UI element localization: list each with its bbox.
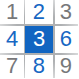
cell-r2c2[interactable]: 9: [54, 54, 79, 79]
cell-r1c2[interactable]: 6: [54, 25, 79, 54]
cell-r0c2[interactable]: 3: [54, 0, 79, 25]
cell-r1c0[interactable]: 4: [0, 25, 24, 54]
cell-digit: 2: [33, 1, 45, 23]
cell-r2c0[interactable]: 7: [0, 54, 24, 79]
cell-digit: 8: [33, 55, 45, 77]
cell-digit: 3: [60, 1, 72, 23]
cell-r0c1[interactable]: 2: [24, 0, 54, 25]
cell-digit: 7: [6, 55, 18, 77]
cell-digit: 9: [60, 55, 72, 77]
cell-digit: 1: [6, 1, 18, 23]
cell-r0c0[interactable]: 1: [0, 0, 24, 25]
selected-cell-digit: 3: [33, 28, 45, 50]
sudoku-board: 1 2 3 4 6 7 8 9 3: [0, 0, 78, 78]
cell-digit: 6: [60, 28, 72, 50]
cell-digit: 4: [6, 28, 18, 50]
selected-cell[interactable]: 3: [25, 26, 53, 53]
cell-r2c1[interactable]: 8: [24, 54, 54, 79]
